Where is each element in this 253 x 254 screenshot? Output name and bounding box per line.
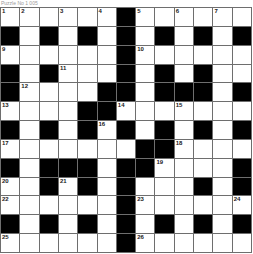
white-cell-r11c5[interactable] [78,196,97,215]
white-cell-r8c13[interactable] [233,140,252,159]
black-cell-r12c7 [117,215,136,234]
clue-number-2: 2 [21,8,24,15]
white-cell-r9c2[interactable] [20,159,39,178]
white-cell-r1c9[interactable] [155,8,174,27]
clue-number-20: 20 [2,178,9,185]
white-cell-r3c11[interactable] [194,46,213,65]
white-cell-r5c4[interactable] [59,83,78,102]
black-cell-r2c9 [155,27,174,46]
white-cell-r12c4[interactable] [59,215,78,234]
clue-number-23: 23 [137,196,144,203]
white-cell-r10c9[interactable] [155,178,174,197]
crossword-board: 1234567910111213141516171819202122232425… [0,7,252,253]
white-cell-r13c12[interactable] [213,234,232,253]
black-cell-r9c8 [136,159,155,178]
white-cell-r8c5[interactable] [78,140,97,159]
black-cell-r5c1 [1,83,20,102]
white-cell-r4c12[interactable] [213,65,232,84]
white-cell-r6c3[interactable] [40,102,59,121]
black-cell-r10c11 [194,178,213,197]
white-cell-r8c1[interactable]: 17 [1,140,20,159]
white-cell-r1c5[interactable] [78,8,97,27]
clue-number-17: 17 [2,140,9,147]
white-cell-r12c6[interactable] [98,215,117,234]
white-cell-r6c9[interactable] [155,102,174,121]
white-cell-r5c8[interactable] [136,83,155,102]
white-cell-r2c6[interactable] [98,27,117,46]
black-cell-r7c9 [155,121,174,140]
white-cell-r8c6[interactable] [98,140,117,159]
white-cell-r2c4[interactable] [59,27,78,46]
black-cell-r2c1 [1,27,20,46]
clue-number-5: 5 [137,8,140,15]
white-cell-r12c12[interactable] [213,215,232,234]
black-cell-r5c6 [98,83,117,102]
black-cell-r10c13 [233,178,252,197]
black-cell-r9c4 [59,159,78,178]
black-cell-r8c9 [155,140,174,159]
black-cell-r9c7 [117,159,136,178]
clue-number-24: 24 [234,196,241,203]
clue-number-1: 1 [2,8,5,15]
white-cell-r9c12[interactable] [213,159,232,178]
white-cell-r1c4[interactable]: 3 [59,8,78,27]
white-cell-r3c9[interactable] [155,46,174,65]
clue-number-26: 26 [137,234,144,241]
white-cell-r2c10[interactable] [175,27,194,46]
white-cell-r10c10[interactable] [175,178,194,197]
clue-number-16: 16 [99,121,106,128]
black-cell-r2c3 [40,27,59,46]
white-cell-r3c8[interactable]: 10 [136,46,155,65]
white-cell-r3c2[interactable] [20,46,39,65]
white-cell-r1c2[interactable]: 2 [20,8,39,27]
black-cell-r2c13 [233,27,252,46]
white-cell-r11c4[interactable] [59,196,78,215]
white-cell-r3c10[interactable] [175,46,194,65]
white-cell-r11c12[interactable] [213,196,232,215]
white-cell-r11c3[interactable] [40,196,59,215]
white-cell-r1c1[interactable]: 1 [1,8,20,27]
clue-number-15: 15 [176,102,183,109]
white-cell-r3c12[interactable] [213,46,232,65]
white-cell-r4c8[interactable] [136,65,155,84]
white-cell-r6c11[interactable] [194,102,213,121]
black-cell-r2c7 [117,27,136,46]
white-cell-r3c3[interactable] [40,46,59,65]
white-cell-r1c3[interactable] [40,8,59,27]
white-cell-r13c11[interactable] [194,234,213,253]
puzzle-title: Puzzle No 1 005 [0,0,253,7]
white-cell-r6c2[interactable] [20,102,39,121]
black-cell-r5c13 [233,83,252,102]
white-cell-r1c11[interactable] [194,8,213,27]
white-cell-r10c4[interactable]: 21 [59,178,78,197]
white-cell-r11c13[interactable]: 24 [233,196,252,215]
white-cell-r11c1[interactable]: 22 [1,196,20,215]
white-cell-r9c9[interactable]: 19 [155,159,174,178]
white-cell-r11c6[interactable] [98,196,117,215]
black-cell-r8c8 [136,140,155,159]
white-cell-r13c3[interactable] [40,234,59,253]
white-cell-r4c2[interactable] [20,65,39,84]
black-cell-r7c7 [117,121,136,140]
black-cell-r6c5 [78,102,97,121]
white-cell-r3c13[interactable] [233,46,252,65]
white-cell-r3c4[interactable] [59,46,78,65]
black-cell-r10c3 [40,178,59,197]
black-cell-r4c3 [40,65,59,84]
black-cell-r12c9 [155,215,174,234]
black-cell-r7c11 [194,121,213,140]
white-cell-r8c4[interactable] [59,140,78,159]
black-cell-r9c13 [233,159,252,178]
white-cell-r11c10[interactable] [175,196,194,215]
white-cell-r9c11[interactable] [194,159,213,178]
white-cell-r3c6[interactable] [98,46,117,65]
black-cell-r5c10 [175,83,194,102]
black-cell-r9c3 [40,159,59,178]
black-cell-r5c7 [117,83,136,102]
clue-number-13: 13 [2,102,9,109]
black-cell-r3c7 [117,46,136,65]
clue-number-11: 11 [60,65,66,72]
white-cell-r1c8[interactable]: 5 [136,8,155,27]
white-cell-r10c8[interactable] [136,178,155,197]
black-cell-r6c6 [98,102,117,121]
white-cell-r4c13[interactable] [233,65,252,84]
black-cell-r4c9 [155,65,174,84]
white-cell-r6c12[interactable] [213,102,232,121]
white-cell-r7c4[interactable] [59,121,78,140]
black-cell-r7c5 [78,121,97,140]
white-cell-r6c8[interactable] [136,102,155,121]
white-cell-r8c10[interactable]: 18 [175,140,194,159]
clue-number-12: 12 [21,83,28,90]
white-cell-r12c10[interactable] [175,215,194,234]
clue-number-14: 14 [118,102,125,109]
white-cell-r4c6[interactable] [98,65,117,84]
white-cell-r13c9[interactable] [155,234,174,253]
white-cell-r1c10[interactable]: 6 [175,8,194,27]
white-cell-r13c5[interactable] [78,234,97,253]
white-cell-r13c13[interactable] [233,234,252,253]
black-cell-r10c7 [117,178,136,197]
white-cell-r7c12[interactable] [213,121,232,140]
clue-number-4: 4 [99,8,102,15]
white-cell-r2c12[interactable] [213,27,232,46]
black-cell-r7c3 [40,121,59,140]
white-cell-r4c5[interactable] [78,65,97,84]
black-cell-r12c5 [78,215,97,234]
white-cell-r4c10[interactable] [175,65,194,84]
clue-number-19: 19 [156,159,163,166]
white-cell-r10c2[interactable] [20,178,39,197]
white-cell-r13c6[interactable] [98,234,117,253]
white-cell-r11c11[interactable] [194,196,213,215]
clue-number-6: 6 [176,8,179,15]
white-cell-r8c2[interactable] [20,140,39,159]
white-cell-r7c10[interactable] [175,121,194,140]
white-cell-r12c8[interactable] [136,215,155,234]
white-cell-r8c12[interactable] [213,140,232,159]
white-cell-r13c10[interactable] [175,234,194,253]
black-cell-r12c13 [233,215,252,234]
black-cell-r4c1 [1,65,20,84]
clue-number-25: 25 [2,234,9,241]
black-cell-r11c7 [117,196,136,215]
white-cell-r10c12[interactable] [213,178,232,197]
white-cell-r5c3[interactable] [40,83,59,102]
white-cell-r6c7[interactable]: 14 [117,102,136,121]
black-cell-r4c7 [117,65,136,84]
white-cell-r6c1[interactable]: 13 [1,102,20,121]
black-cell-r5c9 [155,83,174,102]
white-cell-r11c8[interactable]: 23 [136,196,155,215]
white-cell-r9c10[interactable] [175,159,194,178]
white-cell-r1c6[interactable]: 4 [98,8,117,27]
clue-number-18: 18 [176,140,183,147]
white-cell-r11c9[interactable] [155,196,174,215]
clue-number-21: 21 [60,178,67,185]
white-cell-r10c1[interactable]: 20 [1,178,20,197]
black-cell-r12c1 [1,215,20,234]
white-cell-r2c8[interactable] [136,27,155,46]
black-cell-r7c1 [1,121,20,140]
white-cell-r13c2[interactable] [20,234,39,253]
white-cell-r13c1[interactable]: 25 [1,234,20,253]
black-cell-r5c11 [194,83,213,102]
white-cell-r8c3[interactable] [40,140,59,159]
black-cell-r12c3 [40,215,59,234]
white-cell-r1c12[interactable]: 7 [213,8,232,27]
white-cell-r6c4[interactable] [59,102,78,121]
white-cell-r6c10[interactable]: 15 [175,102,194,121]
white-cell-r2c2[interactable] [20,27,39,46]
white-cell-r5c5[interactable] [78,83,97,102]
black-cell-r4c11 [194,65,213,84]
black-cell-r13c7 [117,234,136,253]
clue-number-9: 9 [2,46,5,53]
white-cell-r9c6[interactable] [98,159,117,178]
white-cell-r11c2[interactable] [20,196,39,215]
black-cell-r7c13 [233,121,252,140]
white-cell-r8c7[interactable] [117,140,136,159]
black-cell-r2c5 [78,27,97,46]
clue-number-22: 22 [2,196,9,203]
black-cell-r2c11 [194,27,213,46]
white-cell-r3c1[interactable]: 9 [1,46,20,65]
black-cell-r1c7 [117,8,136,27]
black-cell-r12c11 [194,215,213,234]
white-cell-r10c6[interactable] [98,178,117,197]
clue-number-3: 3 [60,8,63,15]
black-cell-r9c5 [78,159,97,178]
white-cell-r1c13[interactable] [233,8,252,27]
clue-number-10: 10 [137,46,144,53]
white-cell-r3c5[interactable] [78,46,97,65]
black-cell-r9c1 [1,159,20,178]
black-cell-r10c5 [78,178,97,197]
white-cell-r4c4[interactable]: 11 [59,65,78,84]
white-cell-r13c8[interactable]: 26 [136,234,155,253]
white-cell-r13c4[interactable] [59,234,78,253]
white-cell-r5c2[interactable]: 12 [20,83,39,102]
white-cell-r7c6[interactable]: 16 [98,121,117,140]
white-cell-r7c2[interactable] [20,121,39,140]
clue-number-7: 7 [214,8,217,15]
white-cell-r12c2[interactable] [20,215,39,234]
white-cell-r8c11[interactable] [194,140,213,159]
white-cell-r5c12[interactable] [213,83,232,102]
white-cell-r7c8[interactable] [136,121,155,140]
white-cell-r6c13[interactable] [233,102,252,121]
